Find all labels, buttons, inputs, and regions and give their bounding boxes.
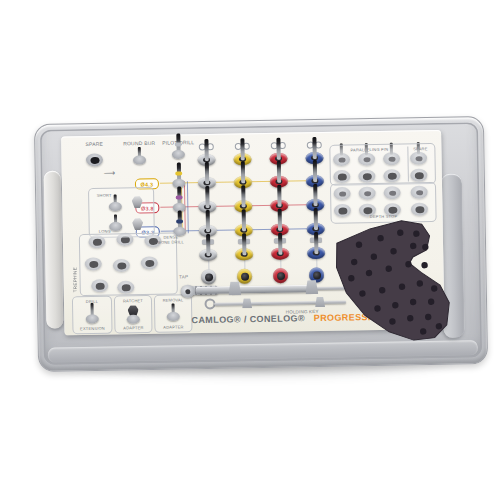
drill-shaft [278, 233, 282, 255]
trephine-label: TREPHINE [72, 244, 78, 292]
removal-label: REMOVAL [163, 297, 184, 303]
dense-bone-drill-diameter-3-3 [306, 225, 327, 259]
box-divider [407, 146, 409, 181]
short-label: SHORT [97, 193, 112, 199]
pilot-collar [175, 142, 182, 146]
insert-cone-2 [132, 218, 143, 230]
ratchet-adapter-base [127, 315, 140, 324]
driver-long-base [109, 222, 122, 231]
tap-diameter-4-3 [237, 269, 252, 284]
extension-base [86, 314, 99, 323]
drill-shaft [206, 234, 210, 256]
spare-right-label: SPARE [413, 146, 427, 152]
dense-bone-drill-label: DENSE BONE DRILL [158, 235, 184, 244]
extension-label: EXTENSION [80, 326, 105, 332]
pilot-collar [176, 195, 183, 199]
drill-shaft [242, 233, 246, 255]
driver-box: SHORT LONG [88, 187, 155, 238]
tap-diameter-3-8 [273, 268, 288, 283]
tap-spare-column [201, 269, 216, 284]
ratchet-adapter-label: ADAPTER [123, 325, 143, 331]
pilot-collar [175, 171, 182, 175]
removal-adapter-box: REMOVAL ADAPTER [154, 294, 193, 333]
insert-cone-1 [132, 196, 143, 208]
drill-shaft [314, 232, 318, 254]
brand-name: CAMLOG® / CONELOG® [191, 313, 305, 325]
tap-label: TAP [179, 274, 188, 280]
driver-short-base [109, 202, 122, 211]
surgical-kit-photo: SPARE ROUND BUR PILOT DRILL ⟶ Ø4.3Ø3.8Ø3… [0, 0, 500, 500]
surgical-tray: SPARE ROUND BUR PILOT DRILL ⟶ Ø4.3Ø3.8Ø3… [34, 116, 488, 372]
bone-plate [327, 201, 487, 361]
ratchet-adapter-box: RATCHET ADAPTER [114, 295, 153, 334]
paralleling-pin-label: PARALLELING PIN [350, 147, 388, 153]
ratchet-label: RATCHET [123, 298, 143, 304]
dense-bone-drill-diameter-4-3 [234, 226, 255, 260]
dense-bone-drill-diameter-3-8 [270, 225, 291, 259]
pilot-collar [176, 219, 183, 223]
dense-bone-drill-spare-column [198, 227, 219, 261]
extension-box: DRILL EXTENSION [72, 296, 113, 335]
plate-hole [421, 262, 428, 269]
paralleling-pin-box: PARALLELING PIN SPARE [329, 143, 436, 186]
tray-handle-left [44, 170, 64, 328]
